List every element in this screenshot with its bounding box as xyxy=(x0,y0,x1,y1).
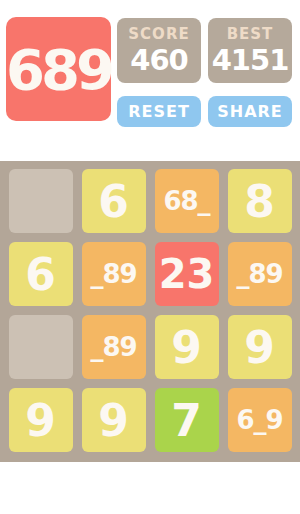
tile-r3c2: _89 xyxy=(82,315,146,379)
score-label: SCORE xyxy=(128,25,189,44)
tile-r1c2: 6 xyxy=(82,169,146,233)
tile-r4c2: 9 xyxy=(82,388,146,452)
main-number-tile: 689 xyxy=(6,17,111,121)
tile-r2c2: _89 xyxy=(82,242,146,306)
score-value: 460 xyxy=(130,44,188,77)
tile-r4c3: 7 xyxy=(155,388,219,452)
tile-r4c1: 9 xyxy=(9,388,73,452)
tile-r1c4: 8 xyxy=(228,169,292,233)
score-box: SCORE 460 xyxy=(117,18,201,83)
tile-r3c3: 9 xyxy=(155,315,219,379)
tile-r2c4: _89 xyxy=(228,242,292,306)
tile-r2c3: 23 xyxy=(155,242,219,306)
board-grid: 668_86_8923_89_89999976_9 xyxy=(0,161,300,452)
tile-r3c4: 9 xyxy=(228,315,292,379)
reset-button[interactable]: RESET xyxy=(117,96,201,127)
app-frame: 689 SCORE 460 BEST 4151 RESET SHARE 668_… xyxy=(0,0,300,514)
best-label: BEST xyxy=(227,25,274,44)
best-value: 4151 xyxy=(212,44,289,77)
tile-r4c4: 6_9 xyxy=(228,388,292,452)
empty-cell-r3c1 xyxy=(9,315,73,379)
tile-r2c1: 6 xyxy=(9,242,73,306)
empty-cell-r1c1 xyxy=(9,169,73,233)
best-box: BEST 4151 xyxy=(208,18,292,83)
board[interactable]: 668_86_8923_89_89999976_9 xyxy=(0,161,300,462)
tile-r1c3: 68_ xyxy=(155,169,219,233)
share-button[interactable]: SHARE xyxy=(208,96,292,127)
